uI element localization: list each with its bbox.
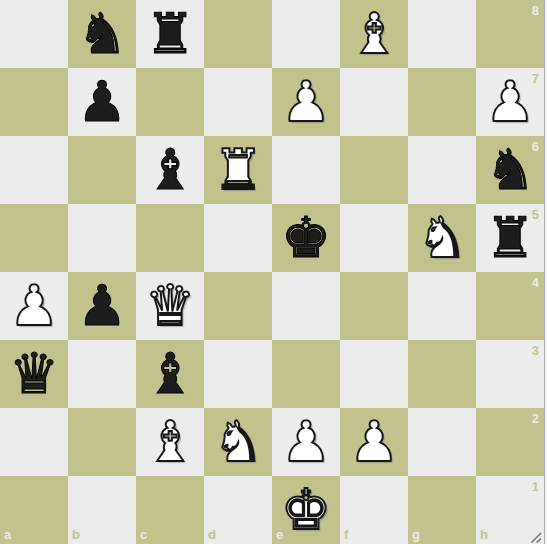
file-label-e: e bbox=[276, 528, 283, 541]
black-bishop[interactable]: ♝ bbox=[145, 340, 195, 408]
square-e1[interactable]: ♚e bbox=[272, 476, 340, 544]
black-king[interactable]: ♚ bbox=[281, 204, 331, 272]
square-d5[interactable] bbox=[204, 204, 272, 272]
square-g3[interactable] bbox=[408, 340, 476, 408]
resize-handle-icon[interactable] bbox=[530, 530, 543, 543]
black-rook[interactable]: ♜ bbox=[145, 0, 195, 68]
square-c6[interactable]: ♝ bbox=[136, 136, 204, 204]
square-g6[interactable] bbox=[408, 136, 476, 204]
square-f2[interactable]: ♟ bbox=[340, 408, 408, 476]
rank-label-3: 3 bbox=[532, 344, 539, 357]
square-h8[interactable]: 8 bbox=[476, 0, 544, 68]
rank-label-6: 6 bbox=[532, 140, 539, 153]
square-e4[interactable] bbox=[272, 272, 340, 340]
square-f7[interactable] bbox=[340, 68, 408, 136]
white-pawn[interactable]: ♟ bbox=[349, 408, 399, 476]
black-pawn[interactable]: ♟ bbox=[77, 68, 127, 136]
rank-label-4: 4 bbox=[532, 276, 539, 289]
rank-label-2: 2 bbox=[532, 412, 539, 425]
rank-label-7: 7 bbox=[532, 72, 539, 85]
white-king[interactable]: ♚ bbox=[281, 476, 331, 544]
white-pawn[interactable]: ♟ bbox=[485, 68, 535, 136]
square-e8[interactable] bbox=[272, 0, 340, 68]
square-b4[interactable]: ♟ bbox=[68, 272, 136, 340]
square-b8[interactable]: ♞ bbox=[68, 0, 136, 68]
white-pawn[interactable]: ♟ bbox=[9, 272, 59, 340]
square-f1[interactable]: f bbox=[340, 476, 408, 544]
rank-label-5: 5 bbox=[532, 208, 539, 221]
square-a3[interactable]: ♛ bbox=[0, 340, 68, 408]
square-h6[interactable]: ♞6 bbox=[476, 136, 544, 204]
square-c7[interactable] bbox=[136, 68, 204, 136]
square-e2[interactable]: ♟ bbox=[272, 408, 340, 476]
white-pawn[interactable]: ♟ bbox=[281, 68, 331, 136]
square-c3[interactable]: ♝ bbox=[136, 340, 204, 408]
file-label-h: h bbox=[480, 528, 488, 541]
square-d8[interactable] bbox=[204, 0, 272, 68]
file-label-c: c bbox=[140, 528, 147, 541]
square-a5[interactable] bbox=[0, 204, 68, 272]
square-c2[interactable]: ♝ bbox=[136, 408, 204, 476]
square-f8[interactable]: ♝ bbox=[340, 0, 408, 68]
square-c8[interactable]: ♜ bbox=[136, 0, 204, 68]
black-queen[interactable]: ♛ bbox=[9, 340, 59, 408]
square-h1[interactable]: 1h bbox=[476, 476, 544, 544]
square-e5[interactable]: ♚ bbox=[272, 204, 340, 272]
square-b6[interactable] bbox=[68, 136, 136, 204]
file-label-f: f bbox=[344, 528, 348, 541]
square-f6[interactable] bbox=[340, 136, 408, 204]
square-c4[interactable]: ♛ bbox=[136, 272, 204, 340]
square-d2[interactable]: ♞ bbox=[204, 408, 272, 476]
square-g2[interactable] bbox=[408, 408, 476, 476]
square-h4[interactable]: 4 bbox=[476, 272, 544, 340]
square-h5[interactable]: ♜5 bbox=[476, 204, 544, 272]
square-d3[interactable] bbox=[204, 340, 272, 408]
square-g1[interactable]: g bbox=[408, 476, 476, 544]
square-b5[interactable] bbox=[68, 204, 136, 272]
rank-label-8: 8 bbox=[532, 4, 539, 17]
square-d4[interactable] bbox=[204, 272, 272, 340]
square-a7[interactable] bbox=[0, 68, 68, 136]
square-b3[interactable] bbox=[68, 340, 136, 408]
black-knight[interactable]: ♞ bbox=[77, 0, 127, 68]
square-g4[interactable] bbox=[408, 272, 476, 340]
square-d7[interactable] bbox=[204, 68, 272, 136]
square-f4[interactable] bbox=[340, 272, 408, 340]
chess-board: ♞♜♝8♟♟♟7♝♜♞6♚♞♜5♟♟♛4♛♝3♝♞♟♟2abcd♚efg1h bbox=[0, 0, 544, 544]
square-e7[interactable]: ♟ bbox=[272, 68, 340, 136]
square-f3[interactable] bbox=[340, 340, 408, 408]
square-e3[interactable] bbox=[272, 340, 340, 408]
square-b7[interactable]: ♟ bbox=[68, 68, 136, 136]
square-a4[interactable]: ♟ bbox=[0, 272, 68, 340]
square-f5[interactable] bbox=[340, 204, 408, 272]
file-label-a: a bbox=[4, 528, 11, 541]
white-queen[interactable]: ♛ bbox=[145, 272, 195, 340]
square-h3[interactable]: 3 bbox=[476, 340, 544, 408]
file-label-b: b bbox=[72, 528, 80, 541]
square-a2[interactable] bbox=[0, 408, 68, 476]
square-c1[interactable]: c bbox=[136, 476, 204, 544]
white-knight[interactable]: ♞ bbox=[417, 204, 467, 272]
square-a8[interactable] bbox=[0, 0, 68, 68]
page: ♞♜♝8♟♟♟7♝♜♞6♚♞♜5♟♟♛4♛♝3♝♞♟♟2abcd♚efg1h bbox=[0, 0, 547, 544]
white-rook[interactable]: ♜ bbox=[213, 136, 263, 204]
white-bishop[interactable]: ♝ bbox=[145, 408, 195, 476]
rank-label-1: 1 bbox=[532, 480, 539, 493]
white-bishop[interactable]: ♝ bbox=[349, 0, 399, 68]
square-g5[interactable]: ♞ bbox=[408, 204, 476, 272]
square-g7[interactable] bbox=[408, 68, 476, 136]
square-a1[interactable]: a bbox=[0, 476, 68, 544]
file-label-d: d bbox=[208, 528, 216, 541]
white-pawn[interactable]: ♟ bbox=[281, 408, 331, 476]
square-a6[interactable] bbox=[0, 136, 68, 204]
square-b2[interactable] bbox=[68, 408, 136, 476]
square-g8[interactable] bbox=[408, 0, 476, 68]
black-pawn[interactable]: ♟ bbox=[77, 272, 127, 340]
square-b1[interactable]: b bbox=[68, 476, 136, 544]
square-d6[interactable]: ♜ bbox=[204, 136, 272, 204]
square-h2[interactable]: 2 bbox=[476, 408, 544, 476]
white-knight[interactable]: ♞ bbox=[213, 408, 263, 476]
square-h7[interactable]: ♟7 bbox=[476, 68, 544, 136]
black-rook[interactable]: ♜ bbox=[485, 204, 535, 272]
square-d1[interactable]: d bbox=[204, 476, 272, 544]
file-label-g: g bbox=[412, 528, 420, 541]
square-e6[interactable] bbox=[272, 136, 340, 204]
square-c5[interactable] bbox=[136, 204, 204, 272]
black-knight[interactable]: ♞ bbox=[485, 136, 535, 204]
black-bishop[interactable]: ♝ bbox=[145, 136, 195, 204]
